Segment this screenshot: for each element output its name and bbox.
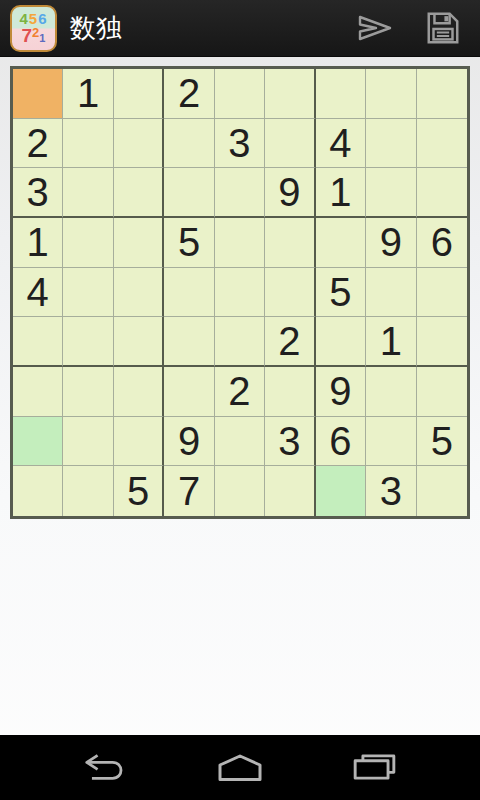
save-icon <box>424 9 462 47</box>
cell-r8c3[interactable] <box>114 417 164 467</box>
cell-r1c9[interactable] <box>417 69 467 119</box>
cell-r6c3[interactable] <box>114 317 164 367</box>
cell-r5c9[interactable] <box>417 268 467 318</box>
action-bar: 456 721 数独 <box>0 0 480 57</box>
cell-r3c7[interactable]: 1 <box>316 168 366 218</box>
cell-r1c2[interactable]: 1 <box>63 69 113 119</box>
cell-r9c5[interactable] <box>215 466 265 516</box>
cell-r8c2[interactable] <box>63 417 113 467</box>
cell-r3c2[interactable] <box>63 168 113 218</box>
cell-r4c9[interactable]: 6 <box>417 218 467 268</box>
cell-r5c1[interactable]: 4 <box>13 268 63 318</box>
cell-r5c2[interactable] <box>63 268 113 318</box>
cell-r2c6[interactable] <box>265 119 315 169</box>
cell-r8c4[interactable]: 9 <box>164 417 214 467</box>
cell-r4c2[interactable] <box>63 218 113 268</box>
send-icon <box>356 13 394 43</box>
cell-r4c6[interactable] <box>265 218 315 268</box>
cell-r2c2[interactable] <box>63 119 113 169</box>
cell-r7c2[interactable] <box>63 367 113 417</box>
cell-r7c5[interactable]: 2 <box>215 367 265 417</box>
cell-r7c6[interactable] <box>265 367 315 417</box>
save-button[interactable] <box>424 9 462 47</box>
cell-r4c8[interactable]: 9 <box>366 218 416 268</box>
cell-r8c8[interactable] <box>366 417 416 467</box>
cell-r1c8[interactable] <box>366 69 416 119</box>
cell-r6c4[interactable] <box>164 317 214 367</box>
cell-r3c1[interactable]: 3 <box>13 168 63 218</box>
cell-r1c1[interactable] <box>13 69 63 119</box>
back-button[interactable] <box>80 753 132 783</box>
cell-r8c7[interactable]: 6 <box>316 417 366 467</box>
cell-r4c1[interactable]: 1 <box>13 218 63 268</box>
send-button[interactable] <box>356 13 394 43</box>
cell-r4c7[interactable] <box>316 218 366 268</box>
cell-r8c5[interactable] <box>215 417 265 467</box>
cell-r8c6[interactable]: 3 <box>265 417 315 467</box>
cell-r3c4[interactable] <box>164 168 214 218</box>
cell-r7c8[interactable] <box>366 367 416 417</box>
cell-r9c9[interactable] <box>417 466 467 516</box>
home-icon <box>215 754 265 781</box>
cell-r2c9[interactable] <box>417 119 467 169</box>
cell-r5c4[interactable] <box>164 268 214 318</box>
cell-r9c6[interactable] <box>265 466 315 516</box>
cell-r6c1[interactable] <box>13 317 63 367</box>
back-icon <box>81 753 131 783</box>
cell-r1c4[interactable]: 2 <box>164 69 214 119</box>
cell-r6c7[interactable] <box>316 317 366 367</box>
cell-r1c3[interactable] <box>114 69 164 119</box>
cell-r7c4[interactable] <box>164 367 214 417</box>
cell-r6c6[interactable]: 2 <box>265 317 315 367</box>
cell-r5c6[interactable] <box>265 268 315 318</box>
cell-r5c3[interactable] <box>114 268 164 318</box>
recents-icon <box>351 753 398 782</box>
cell-r7c1[interactable] <box>13 367 63 417</box>
cell-r9c1[interactable] <box>13 466 63 516</box>
recents-button[interactable] <box>348 753 400 782</box>
cell-r3c8[interactable] <box>366 168 416 218</box>
app-icon-digits-top: 456 <box>19 11 47 26</box>
cell-r7c9[interactable] <box>417 367 467 417</box>
cell-r4c5[interactable] <box>215 218 265 268</box>
cell-r2c5[interactable]: 3 <box>215 119 265 169</box>
cell-r8c9[interactable]: 5 <box>417 417 467 467</box>
cell-r7c3[interactable] <box>114 367 164 417</box>
cell-r2c8[interactable] <box>366 119 416 169</box>
app-icon[interactable]: 456 721 <box>10 5 57 52</box>
cell-r3c6[interactable]: 9 <box>265 168 315 218</box>
cell-r2c7[interactable]: 4 <box>316 119 366 169</box>
cell-r2c1[interactable]: 2 <box>13 119 63 169</box>
cell-r3c9[interactable] <box>417 168 467 218</box>
cell-r6c2[interactable] <box>63 317 113 367</box>
cell-r9c7[interactable] <box>316 466 366 516</box>
cell-r1c6[interactable] <box>265 69 315 119</box>
app-icon-digits-bottom: 721 <box>22 26 46 45</box>
cell-r3c5[interactable] <box>215 168 265 218</box>
cell-r4c3[interactable] <box>114 218 164 268</box>
cell-r9c8[interactable]: 3 <box>366 466 416 516</box>
cell-r8c1[interactable] <box>13 417 63 467</box>
cell-r9c2[interactable] <box>63 466 113 516</box>
cell-r5c5[interactable] <box>215 268 265 318</box>
cell-r5c8[interactable] <box>366 268 416 318</box>
navigation-bar <box>0 735 480 800</box>
cell-r6c5[interactable] <box>215 317 265 367</box>
cell-r7c7[interactable]: 9 <box>316 367 366 417</box>
cell-r5c7[interactable]: 5 <box>316 268 366 318</box>
cell-r2c4[interactable] <box>164 119 214 169</box>
page-title: 数独 <box>70 11 326 46</box>
sudoku-board: 1223439115964521299365573 <box>10 66 470 519</box>
cell-r1c5[interactable] <box>215 69 265 119</box>
cell-r9c4[interactable]: 7 <box>164 466 214 516</box>
cell-r3c3[interactable] <box>114 168 164 218</box>
cell-r1c7[interactable] <box>316 69 366 119</box>
cell-r2c3[interactable] <box>114 119 164 169</box>
cell-r4c4[interactable]: 5 <box>164 218 214 268</box>
cell-r6c9[interactable] <box>417 317 467 367</box>
cell-r9c3[interactable]: 5 <box>114 466 164 516</box>
home-button[interactable] <box>214 754 266 781</box>
cell-r6c8[interactable]: 1 <box>366 317 416 367</box>
